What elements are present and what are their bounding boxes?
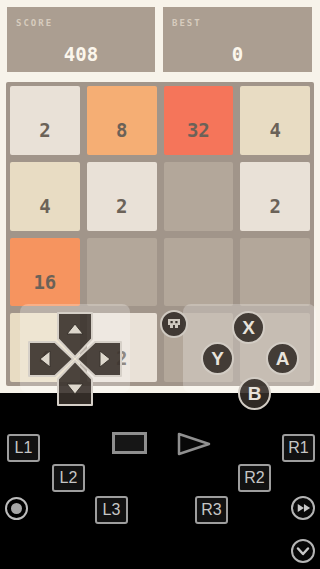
record-button[interactable] (5, 497, 28, 520)
a-button[interactable]: A (266, 342, 299, 375)
tile-2: 2 (10, 86, 80, 155)
score-panel: SCORE 408 (7, 7, 155, 72)
tile-4: 4 (10, 162, 80, 231)
empty-cell (87, 238, 157, 307)
best-value: 0 (163, 43, 312, 65)
chevron-down-icon (295, 544, 311, 558)
tile-8: 8 (87, 86, 157, 155)
emulator-screen: SCORE 408 BEST 0 2 8 32 4 4 2 2 16 4 2 (0, 0, 320, 569)
empty-cell (164, 162, 234, 231)
start-button[interactable] (176, 431, 212, 457)
tile-2: 2 (240, 162, 310, 231)
tile-2: 2 (87, 162, 157, 231)
dpad (27, 311, 123, 407)
gamepad-menu-icon (166, 315, 182, 334)
b-button[interactable]: B (238, 377, 271, 410)
score-label: SCORE (16, 18, 53, 28)
y-button[interactable]: Y (201, 342, 234, 375)
fast-forward-icon (296, 502, 311, 514)
tile-32: 32 (164, 86, 234, 155)
fast-forward-button[interactable] (291, 496, 315, 520)
best-label: BEST (172, 18, 202, 28)
tile-16: 16 (10, 238, 80, 307)
empty-cell (240, 238, 310, 307)
score-value: 408 (7, 43, 155, 65)
r3-button[interactable]: R3 (195, 496, 228, 524)
l3-button[interactable]: L3 (95, 496, 128, 524)
r2-button[interactable]: R2 (238, 464, 271, 492)
start-triangle-icon (179, 434, 209, 454)
select-button[interactable] (112, 432, 147, 454)
tile-4: 4 (240, 86, 310, 155)
collapse-overlay-button[interactable] (291, 539, 315, 563)
empty-cell (164, 238, 234, 307)
best-panel: BEST 0 (163, 7, 312, 72)
l2-button[interactable]: L2 (52, 464, 85, 492)
overlay-menu-button[interactable] (160, 310, 188, 338)
x-button[interactable]: X (232, 311, 265, 344)
r1-button[interactable]: R1 (282, 434, 315, 462)
record-icon (11, 503, 22, 514)
l1-button[interactable]: L1 (7, 434, 40, 462)
